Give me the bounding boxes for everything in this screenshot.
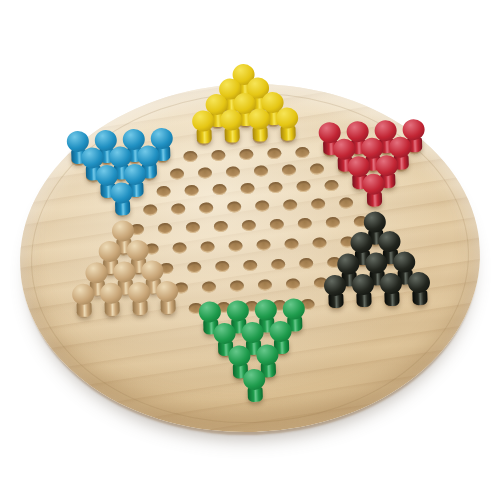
hole-r9-c19[interactable] [326,217,340,228]
peg-red-r8-c22[interactable] [361,173,386,207]
hole-r6-c18[interactable] [310,163,324,174]
hole-r8-c6[interactable] [143,205,157,216]
peg-head [337,253,360,275]
peg-black-r13-c19[interactable] [323,274,348,308]
hole-r7-c15[interactable] [268,182,282,193]
hole-r8-c16[interactable] [283,200,297,211]
peg-head [380,273,403,295]
hole-r9-c17[interactable] [298,218,312,229]
hole-r10-c12[interactable] [228,240,242,251]
peg-blue-r8-c4[interactable] [109,182,134,216]
peg-green-r17-c13[interactable] [242,368,267,402]
peg-head [98,241,121,263]
peg-head [156,280,179,302]
peg-head [378,231,401,253]
hole-r7-c17[interactable] [296,181,310,192]
hole-r7-c9[interactable] [184,185,198,196]
hole-r9-c11[interactable] [214,221,228,232]
peg-head [198,301,221,323]
hole-r5-c17[interactable] [295,147,309,158]
peg-yellow-r4-c12[interactable] [219,109,244,143]
peg-head [213,323,236,345]
product-photo-stage [0,0,500,500]
hole-r11-c11[interactable] [215,260,229,271]
hole-r10-c16[interactable] [284,238,298,249]
hole-r8-c18[interactable] [311,199,325,210]
peg-head [282,298,305,320]
hole-r11-c15[interactable] [271,258,285,269]
peg-head [228,345,251,367]
board-scene [0,0,500,500]
peg-head [85,262,108,284]
peg-head [269,321,292,343]
peg-yellow-r4-c14[interactable] [247,108,272,142]
hole-r5-c11[interactable] [211,150,225,161]
hole-r8-c10[interactable] [199,203,213,214]
peg-head [241,322,264,344]
peg-head [408,272,431,294]
peg-head [226,300,249,322]
peg-head [126,240,149,262]
peg-head [100,282,123,304]
peg-head [72,283,95,305]
peg-natural-r13-c3[interactable] [99,282,124,316]
hole-r8-c14[interactable] [255,201,269,212]
peg-head [192,110,215,132]
hole-r6-c10[interactable] [198,167,212,178]
hole-r7-c13[interactable] [240,183,254,194]
peg-head [362,173,385,195]
peg-natural-r13-c5[interactable] [127,281,152,315]
holes-layer [0,0,500,500]
hole-r9-c7[interactable] [158,223,172,234]
hole-r10-c18[interactable] [312,237,326,248]
hole-r10-c10[interactable] [200,241,214,252]
peg-yellow-r4-c16[interactable] [275,107,300,141]
hole-r12-c10[interactable] [202,281,216,292]
peg-head [324,275,347,297]
peg-head [113,261,136,283]
hole-r6-c8[interactable] [170,168,184,179]
hole-r10-c14[interactable] [256,239,270,250]
peg-head [352,274,375,296]
peg-head [276,107,299,129]
hole-r9-c9[interactable] [186,222,200,233]
hole-r7-c7[interactable] [156,186,170,197]
hole-r6-c12[interactable] [226,166,240,177]
hole-r5-c13[interactable] [239,149,253,160]
hole-r7-c11[interactable] [212,184,226,195]
peg-head [365,252,388,274]
hole-r9-c15[interactable] [270,219,284,230]
hole-r12-c12[interactable] [230,280,244,291]
peg-head [393,251,416,273]
hole-r8-c20[interactable] [339,198,353,209]
peg-head [350,232,373,254]
hole-r5-c9[interactable] [183,151,197,162]
hole-r6-c16[interactable] [282,164,296,175]
hole-r10-c8[interactable] [172,242,186,253]
peg-head [363,211,386,233]
peg-black-r13-c23[interactable] [379,273,404,307]
peg-head [128,281,151,303]
hole-r8-c12[interactable] [227,202,241,213]
peg-black-r13-c25[interactable] [407,272,432,306]
peg-natural-r13-c1[interactable] [71,283,96,317]
peg-head [256,344,279,366]
hole-r11-c9[interactable] [187,261,201,272]
hole-r9-c13[interactable] [242,220,256,231]
hole-r12-c16[interactable] [286,278,300,289]
hole-r11-c13[interactable] [243,259,257,270]
peg-head [141,260,164,282]
peg-head [220,109,243,131]
peg-head [110,182,133,204]
hole-r12-c14[interactable] [258,279,272,290]
hole-r5-c15[interactable] [267,148,281,159]
peg-head [243,369,266,391]
peg-head [112,220,135,242]
peg-head [248,108,271,130]
peg-yellow-r4-c10[interactable] [191,110,216,144]
hole-r6-c14[interactable] [254,165,268,176]
peg-natural-r13-c7[interactable] [155,280,180,314]
peg-head [254,299,277,321]
peg-black-r13-c21[interactable] [351,273,376,307]
hole-r11-c17[interactable] [299,257,313,268]
hole-r7-c19[interactable] [324,180,338,191]
hole-r8-c8[interactable] [171,204,185,215]
